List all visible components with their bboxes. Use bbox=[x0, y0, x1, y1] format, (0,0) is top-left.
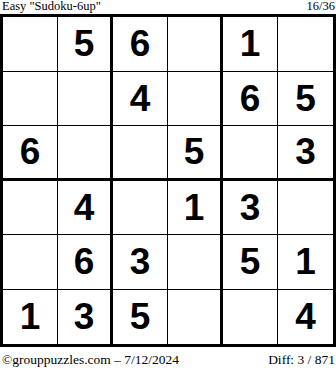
cell-r3c6[interactable]: 3 bbox=[278, 126, 333, 181]
cell-r5c1[interactable] bbox=[3, 235, 58, 290]
cell-r1c1[interactable] bbox=[3, 17, 58, 72]
cell-r5c2[interactable]: 6 bbox=[58, 235, 113, 290]
cell-r1c3[interactable]: 6 bbox=[113, 17, 168, 72]
cell-r2c4[interactable] bbox=[168, 72, 223, 127]
cell-r4c5[interactable]: 3 bbox=[223, 181, 278, 236]
givens-counter: 16/36 bbox=[307, 0, 336, 13]
cell-r6c2[interactable]: 3 bbox=[58, 290, 113, 345]
cell-r1c6[interactable] bbox=[278, 17, 333, 72]
cell-r4c2[interactable]: 4 bbox=[58, 181, 113, 236]
cell-r4c4[interactable]: 1 bbox=[168, 181, 223, 236]
cell-r3c2[interactable] bbox=[58, 126, 113, 181]
copyright-date: ©grouppuzzles.com – 7/12/2024 bbox=[0, 350, 179, 370]
cell-r4c1[interactable] bbox=[3, 181, 58, 236]
page-title: Easy "Sudoku-6up" bbox=[0, 0, 101, 13]
cell-r6c5[interactable] bbox=[223, 290, 278, 345]
difficulty-rating: Diff: 3 / 871 bbox=[268, 350, 336, 370]
cell-r2c5[interactable]: 6 bbox=[223, 72, 278, 127]
cell-r4c6[interactable] bbox=[278, 181, 333, 236]
page-footer: ©grouppuzzles.com – 7/12/2024 Diff: 3 / … bbox=[0, 348, 336, 370]
cell-r6c3[interactable]: 5 bbox=[113, 290, 168, 345]
cell-r5c5[interactable]: 5 bbox=[223, 235, 278, 290]
cell-r1c5[interactable]: 1 bbox=[223, 17, 278, 72]
cell-r2c2[interactable] bbox=[58, 72, 113, 127]
cell-r6c4[interactable] bbox=[168, 290, 223, 345]
cell-r4c3[interactable] bbox=[113, 181, 168, 236]
cell-r5c4[interactable] bbox=[168, 235, 223, 290]
cell-r2c3[interactable]: 4 bbox=[113, 72, 168, 127]
cell-r6c1[interactable]: 1 bbox=[3, 290, 58, 345]
cell-r3c5[interactable] bbox=[223, 126, 278, 181]
page-header: Easy "Sudoku-6up" 16/36 bbox=[0, 0, 336, 14]
cell-r3c3[interactable] bbox=[113, 126, 168, 181]
cell-r5c3[interactable]: 3 bbox=[113, 235, 168, 290]
cell-r3c4[interactable]: 5 bbox=[168, 126, 223, 181]
cell-r3c1[interactable]: 6 bbox=[3, 126, 58, 181]
cell-r1c4[interactable] bbox=[168, 17, 223, 72]
cell-r2c6[interactable]: 5 bbox=[278, 72, 333, 127]
cell-r2c1[interactable] bbox=[3, 72, 58, 127]
cell-r5c6[interactable]: 1 bbox=[278, 235, 333, 290]
sudoku-grid: 56146565341363511354 bbox=[0, 14, 336, 347]
cell-r6c6[interactable]: 4 bbox=[278, 290, 333, 345]
cell-r1c2[interactable]: 5 bbox=[58, 17, 113, 72]
